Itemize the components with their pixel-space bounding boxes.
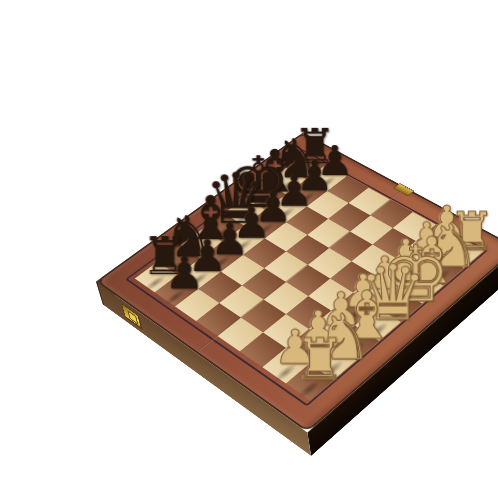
piece-white-rook-a1: ♜ <box>286 331 352 388</box>
pieces-layer: ♜♞♝♛♚♝♞♜♟♟♟♟♟♟♟♟♟♟♟♟♟♟♟♟♜♞♝♛♚♝♞♜ <box>99 134 498 430</box>
piece-black-pawn-a7: ♟ <box>153 251 214 295</box>
chess-box-rotation: ♜♞♝♛♚♝♞♜♟♟♟♟♟♟♟♟♟♟♟♟♟♟♟♟♜♞♝♛♚♝♞♜ <box>136 96 475 435</box>
chess-board: ♜♞♝♛♚♝♞♜♟♟♟♟♟♟♟♟♟♟♟♟♟♟♟♟♜♞♝♛♚♝♞♜ <box>96 133 498 433</box>
photo-backdrop: ♜♞♝♛♚♝♞♜♟♟♟♟♟♟♟♟♟♟♟♟♟♟♟♟♜♞♝♛♚♝♞♜ <box>0 0 498 499</box>
chess-box: ♜♞♝♛♚♝♞♜♟♟♟♟♟♟♟♟♟♟♟♟♟♟♟♟♜♞♝♛♚♝♞♜ <box>96 133 498 433</box>
